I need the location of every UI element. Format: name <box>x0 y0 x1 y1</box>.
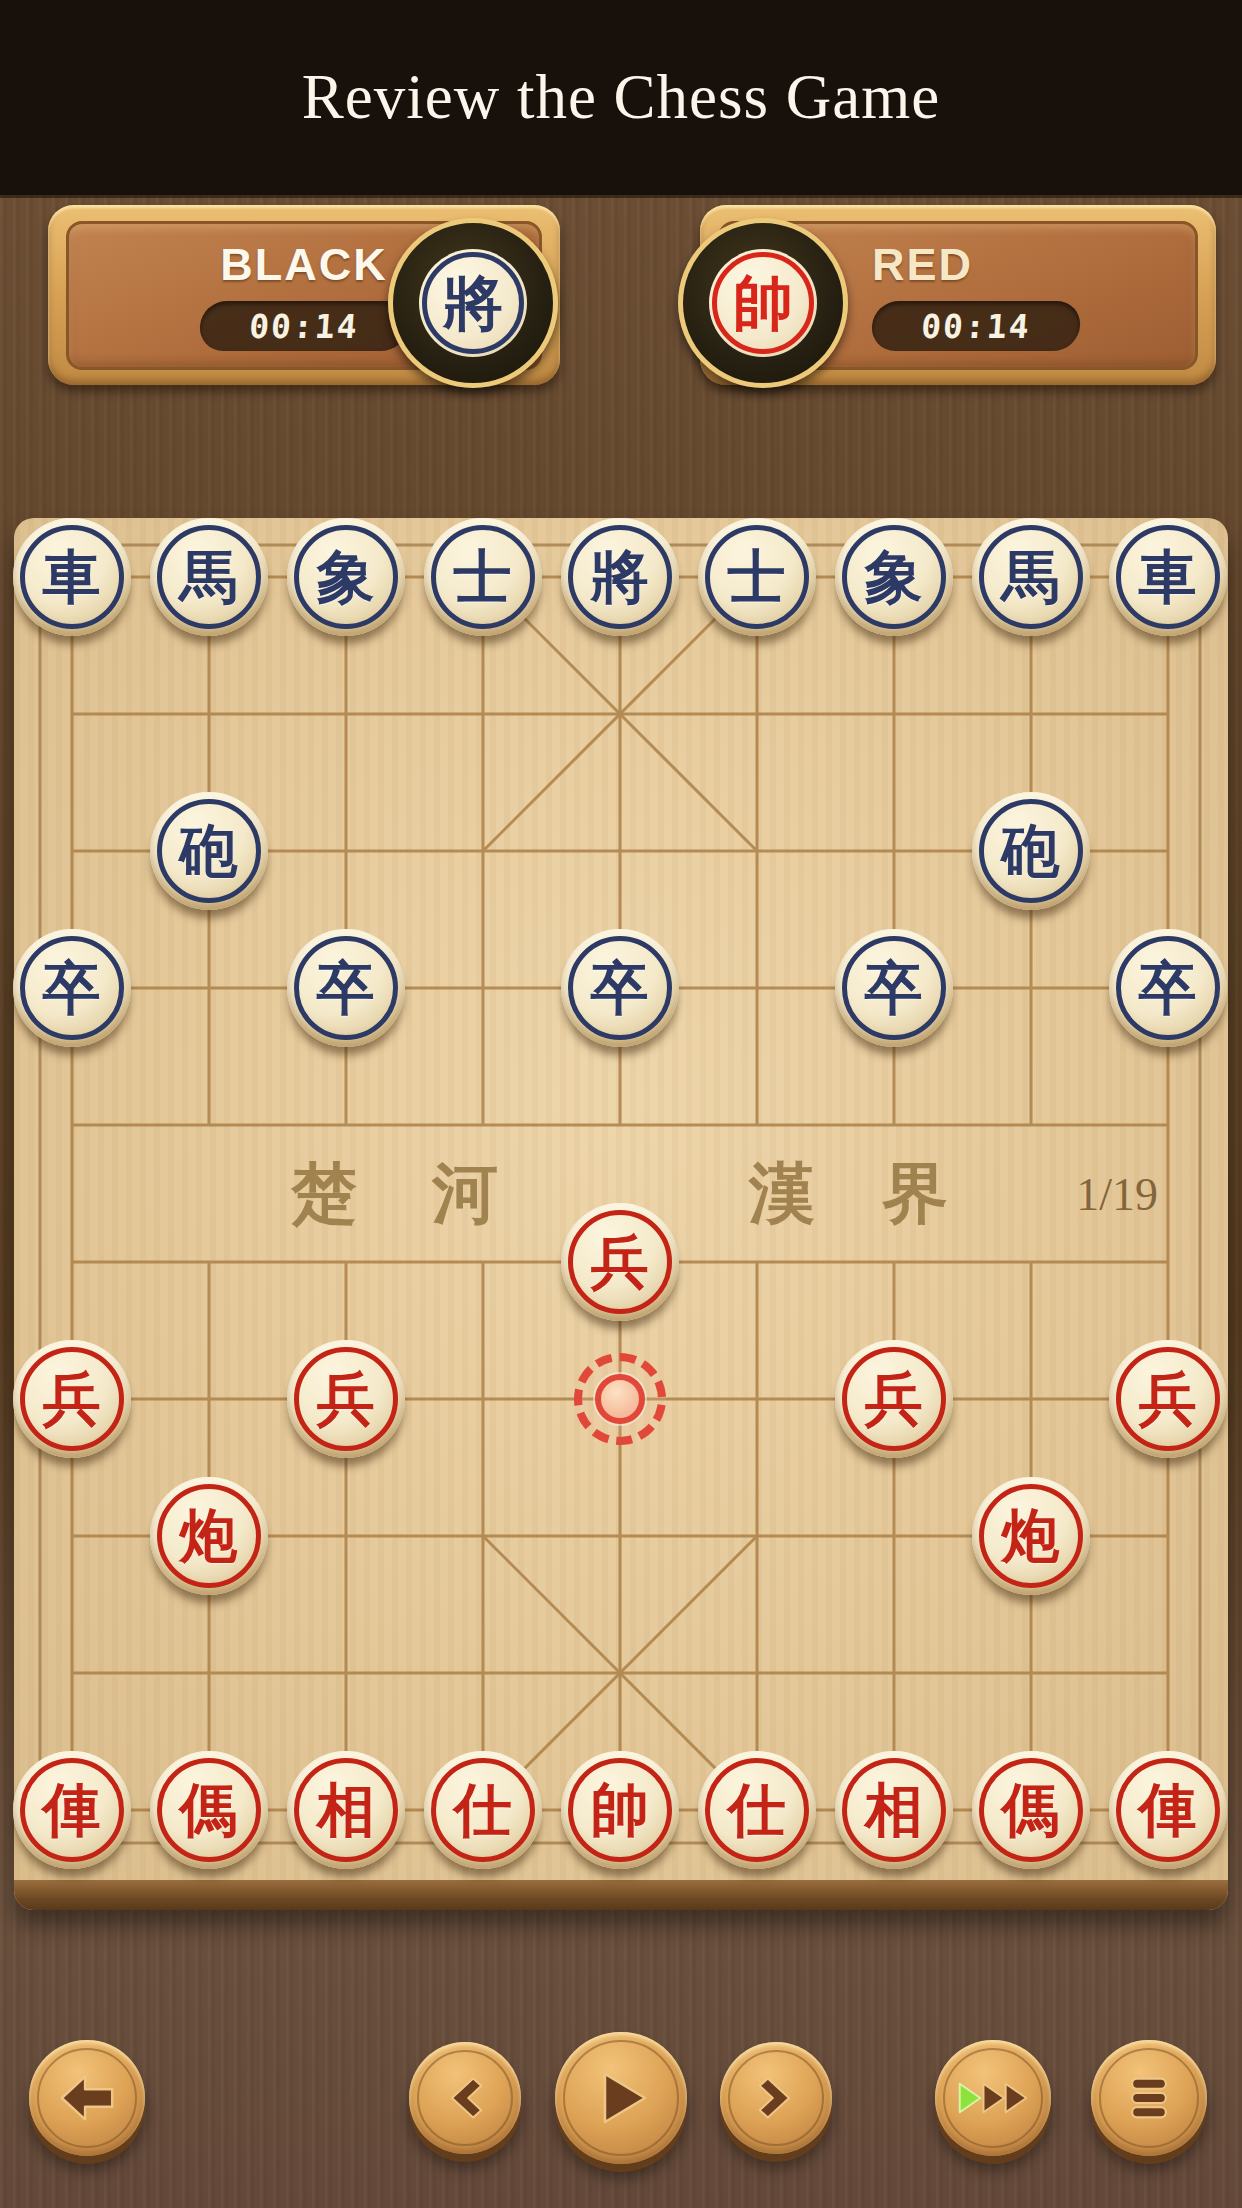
black-general-icon: 將 <box>422 252 524 354</box>
play-icon <box>589 2066 653 2130</box>
chevron-left-icon <box>439 2072 491 2124</box>
fast-forward-button[interactable] <box>935 2040 1051 2156</box>
red-general-icon: 帥 <box>712 252 814 354</box>
river-band: 楚 河 漢 界 1/19 <box>14 1125 1228 1262</box>
black-player-timer: 00:14 <box>198 301 409 351</box>
river-char-chu: 楚 <box>291 1149 357 1239</box>
river-char-he: 河 <box>432 1149 498 1239</box>
red-general-badge: 帥 <box>678 218 848 388</box>
black-general-badge: 將 <box>388 218 558 388</box>
chevron-right-icon <box>750 2072 802 2124</box>
menu-button[interactable] <box>1091 2040 1207 2156</box>
arrow-left-icon <box>56 2067 118 2129</box>
black-badge-face: 將 <box>419 249 527 357</box>
red-player-plate: RED 00:14 帥 <box>700 205 1216 385</box>
black-player-name: BLACK <box>220 239 387 291</box>
title-bar: Review the Chess Game <box>0 0 1242 195</box>
red-badge-face: 帥 <box>709 249 817 357</box>
move-counter: 1/19 <box>1076 1167 1158 1220</box>
river-char-han: 漢 <box>749 1149 815 1239</box>
fast-forward-icon <box>955 2072 1031 2124</box>
river-char-jie: 界 <box>882 1149 948 1239</box>
play-button[interactable] <box>555 2032 687 2164</box>
page-title: Review the Chess Game <box>302 61 941 134</box>
back-button[interactable] <box>29 2040 145 2156</box>
menu-bars-icon <box>1122 2071 1176 2125</box>
red-player-timer: 00:14 <box>870 301 1081 351</box>
red-player-name: RED <box>872 239 973 291</box>
previous-move-button[interactable] <box>409 2042 521 2154</box>
xiangqi-board: 楚 河 漢 界 1/19 <box>14 518 1228 1910</box>
next-move-button[interactable] <box>720 2042 832 2154</box>
game-screen: Review the Chess Game BLACK 00:14 將 RED … <box>0 0 1242 2208</box>
black-player-plate: BLACK 00:14 將 <box>48 205 560 385</box>
